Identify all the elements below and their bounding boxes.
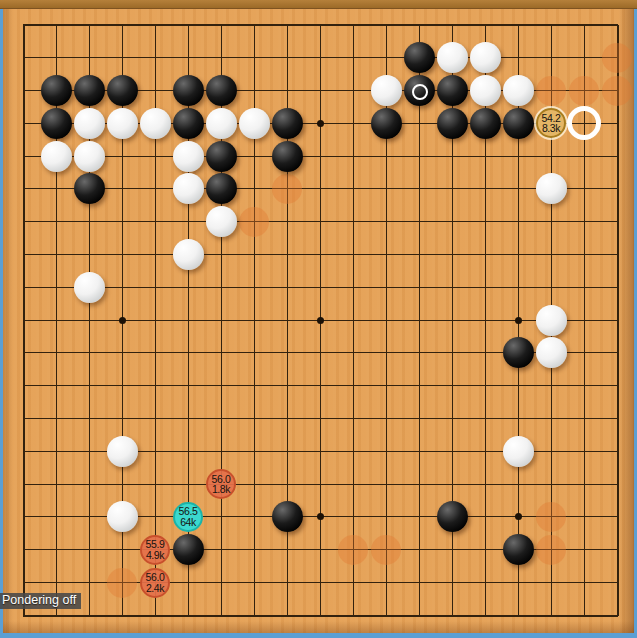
board-intersection[interactable] [106,402,139,435]
board-intersection[interactable] [271,402,304,435]
board-intersection[interactable] [469,304,502,337]
board-intersection[interactable]: 56.01.8k [205,468,238,501]
board-intersection[interactable] [172,337,205,370]
board-intersection[interactable] [502,107,535,140]
board-intersection[interactable] [271,501,304,534]
board-intersection[interactable] [337,533,370,566]
board-intersection[interactable] [304,369,337,402]
board-intersection[interactable] [271,337,304,370]
board-intersection[interactable] [40,74,73,107]
board-intersection[interactable] [172,566,205,599]
board-intersection[interactable] [370,533,403,566]
board-intersection[interactable] [370,205,403,238]
board-intersection[interactable] [535,533,568,566]
board-intersection[interactable] [403,304,436,337]
board-intersection[interactable] [205,533,238,566]
board-intersection[interactable] [205,173,238,206]
board-intersection[interactable] [139,599,172,632]
board-intersection[interactable] [469,566,502,599]
board-intersection[interactable] [337,9,370,42]
board-intersection[interactable] [469,238,502,271]
board-intersection[interactable] [403,468,436,501]
board-intersection[interactable] [403,599,436,632]
board-intersection[interactable] [139,205,172,238]
board-intersection[interactable] [436,533,469,566]
board-intersection[interactable] [304,205,337,238]
board-intersection[interactable] [502,238,535,271]
board-intersection[interactable] [601,369,634,402]
board-intersection[interactable] [337,173,370,206]
board-intersection[interactable] [337,566,370,599]
board-intersection[interactable] [568,107,601,140]
board-intersection[interactable] [238,501,271,534]
board-intersection[interactable] [337,107,370,140]
board-intersection[interactable] [502,41,535,74]
board-intersection[interactable] [172,140,205,173]
board-intersection[interactable] [403,205,436,238]
board-intersection[interactable] [7,337,40,370]
board-intersection[interactable] [106,107,139,140]
board-intersection[interactable] [601,599,634,632]
board-intersection[interactable] [601,9,634,42]
board-intersection[interactable] [271,468,304,501]
board-intersection[interactable] [172,173,205,206]
board-intersection[interactable] [106,9,139,42]
board-intersection[interactable] [535,501,568,534]
board-intersection[interactable] [337,304,370,337]
board-intersection[interactable] [106,140,139,173]
board-intersection[interactable] [502,369,535,402]
board-intersection[interactable] [502,468,535,501]
board-intersection[interactable] [436,566,469,599]
board-intersection[interactable] [535,271,568,304]
board-intersection[interactable] [73,402,106,435]
board-intersection[interactable] [436,304,469,337]
board-intersection[interactable] [40,304,73,337]
board-intersection[interactable] [370,402,403,435]
board-intersection[interactable] [535,304,568,337]
board-intersection[interactable] [106,533,139,566]
board-intersection[interactable] [436,271,469,304]
board-intersection[interactable] [139,74,172,107]
board-intersection[interactable] [172,9,205,42]
board-intersection[interactable] [304,41,337,74]
board-intersection[interactable] [73,337,106,370]
board-intersection[interactable] [601,140,634,173]
board-intersection[interactable] [535,369,568,402]
board-intersection[interactable] [205,304,238,337]
board-intersection[interactable] [403,41,436,74]
board-intersection[interactable] [139,41,172,74]
board-intersection[interactable] [238,9,271,42]
board-intersection[interactable] [502,435,535,468]
board-intersection[interactable]: 56.02.4k [139,566,172,599]
board-intersection[interactable] [601,304,634,337]
board-intersection[interactable] [436,107,469,140]
board-intersection[interactable] [73,238,106,271]
board-intersection[interactable] [568,566,601,599]
board-intersection[interactable] [73,205,106,238]
board-intersection[interactable] [238,140,271,173]
board-intersection[interactable] [238,173,271,206]
board-intersection[interactable] [601,337,634,370]
board-intersection[interactable] [370,501,403,534]
board-intersection[interactable] [172,402,205,435]
board-intersection[interactable] [568,599,601,632]
board-intersection[interactable] [337,402,370,435]
board-intersection[interactable] [403,238,436,271]
board-intersection[interactable] [40,107,73,140]
board-intersection[interactable] [535,9,568,42]
board-intersection[interactable] [403,9,436,42]
board-intersection[interactable] [403,107,436,140]
board-intersection[interactable] [73,41,106,74]
board-intersection[interactable] [238,74,271,107]
board-intersection[interactable] [337,369,370,402]
board-intersection[interactable] [535,599,568,632]
board-intersection[interactable] [370,468,403,501]
hover-move-ring[interactable] [567,106,601,140]
board-intersection[interactable] [106,566,139,599]
board-intersection[interactable] [271,599,304,632]
board-intersection[interactable] [271,9,304,42]
board-intersection[interactable] [469,107,502,140]
board-intersection[interactable] [436,140,469,173]
board-intersection[interactable] [568,369,601,402]
board-intersection[interactable] [568,41,601,74]
board-intersection[interactable] [601,173,634,206]
board-intersection[interactable] [172,271,205,304]
board-intersection[interactable] [304,566,337,599]
board-intersection[interactable] [469,74,502,107]
board-intersection[interactable] [238,238,271,271]
board-intersection[interactable] [469,205,502,238]
board-intersection[interactable] [271,140,304,173]
board-intersection[interactable] [469,337,502,370]
board-intersection[interactable] [106,369,139,402]
board-intersection[interactable] [271,173,304,206]
board-intersection[interactable]: 54.28.3k [535,107,568,140]
board-intersection[interactable] [205,435,238,468]
board-intersection[interactable] [469,173,502,206]
board-intersection[interactable] [601,41,634,74]
board-intersection[interactable] [370,74,403,107]
board-intersection[interactable] [436,41,469,74]
board-intersection[interactable] [535,41,568,74]
board-intersection[interactable] [502,140,535,173]
board-intersection[interactable] [40,9,73,42]
board-intersection[interactable] [403,369,436,402]
board-intersection[interactable] [139,337,172,370]
board-intersection[interactable] [337,238,370,271]
board-intersection[interactable] [370,369,403,402]
board-intersection[interactable] [502,337,535,370]
board-intersection[interactable] [304,271,337,304]
board-intersection[interactable] [73,140,106,173]
board-intersection[interactable] [370,337,403,370]
board-intersection[interactable] [205,9,238,42]
board-intersection[interactable] [304,337,337,370]
board-intersection[interactable] [40,173,73,206]
board-intersection[interactable] [436,402,469,435]
board-intersection[interactable] [469,533,502,566]
board-intersection[interactable] [40,468,73,501]
board-intersection[interactable] [271,74,304,107]
board-intersection[interactable] [271,271,304,304]
board-intersection[interactable] [73,501,106,534]
board-intersection[interactable] [172,435,205,468]
board-intersection[interactable] [205,566,238,599]
board-intersection[interactable] [403,337,436,370]
board-intersection[interactable] [304,435,337,468]
board-intersection[interactable] [40,501,73,534]
board-intersection[interactable] [172,41,205,74]
board-intersection[interactable] [502,9,535,42]
board-intersection[interactable] [535,337,568,370]
board-intersection[interactable] [172,74,205,107]
board-intersection[interactable] [139,369,172,402]
board-intersection[interactable] [469,468,502,501]
board-intersection[interactable] [172,238,205,271]
board-intersection[interactable] [568,304,601,337]
board-intersection[interactable] [601,107,634,140]
board-intersection[interactable] [205,337,238,370]
board-intersection[interactable] [568,205,601,238]
board-intersection[interactable] [106,337,139,370]
board-intersection[interactable] [205,74,238,107]
board-intersection[interactable] [238,107,271,140]
board-intersection[interactable] [172,205,205,238]
board-intersection[interactable] [139,107,172,140]
board-intersection[interactable] [502,74,535,107]
board-intersection[interactable] [73,107,106,140]
board-intersection[interactable] [7,173,40,206]
board-intersection[interactable] [205,140,238,173]
board-intersection[interactable] [7,402,40,435]
board-intersection[interactable] [106,205,139,238]
ai-suggestion-F4[interactable]: 56.564k [173,502,203,532]
board-intersection[interactable] [568,74,601,107]
board-intersection[interactable] [469,435,502,468]
board-intersection[interactable] [40,533,73,566]
board-intersection[interactable] [7,9,40,42]
board-intersection[interactable] [139,435,172,468]
board-intersection[interactable] [436,435,469,468]
board-intersection[interactable] [172,304,205,337]
board-intersection[interactable] [601,435,634,468]
board-intersection[interactable] [304,74,337,107]
board-intersection[interactable] [469,599,502,632]
board-intersection[interactable] [436,599,469,632]
board-intersection[interactable] [601,566,634,599]
board-intersection[interactable] [271,205,304,238]
board-intersection[interactable] [601,501,634,534]
board-intersection[interactable] [7,205,40,238]
board-intersection[interactable] [40,140,73,173]
board-intersection[interactable] [304,304,337,337]
ai-suggestion-E2[interactable]: 56.02.4k [140,568,170,598]
board-intersection[interactable] [436,337,469,370]
board-intersection[interactable] [304,9,337,42]
board-intersection[interactable] [568,468,601,501]
board-intersection[interactable] [601,402,634,435]
board-intersection[interactable] [568,238,601,271]
board-intersection[interactable] [370,173,403,206]
board-intersection[interactable] [271,41,304,74]
board-intersection[interactable] [370,140,403,173]
board-intersection[interactable] [106,304,139,337]
board-intersection[interactable] [73,435,106,468]
board-intersection[interactable] [568,271,601,304]
board-intersection[interactable] [106,435,139,468]
board-intersection[interactable] [601,74,634,107]
board-intersection[interactable] [601,205,634,238]
board-intersection[interactable] [106,238,139,271]
board-intersection[interactable] [304,468,337,501]
board-intersection[interactable] [469,140,502,173]
board-intersection[interactable] [403,140,436,173]
board-intersection[interactable] [304,533,337,566]
board-intersection[interactable] [502,599,535,632]
board-intersection[interactable] [601,238,634,271]
board-intersection[interactable] [502,501,535,534]
board-intersection[interactable] [205,107,238,140]
board-intersection[interactable] [238,599,271,632]
board-intersection[interactable] [271,435,304,468]
board-intersection[interactable] [73,74,106,107]
board-intersection[interactable] [139,9,172,42]
ai-suggestion-R16[interactable]: 54.28.3k [536,108,566,138]
board-intersection[interactable] [139,304,172,337]
board-intersection[interactable] [139,468,172,501]
board-intersection[interactable] [40,238,73,271]
board-intersection[interactable] [601,271,634,304]
board-intersection[interactable] [7,41,40,74]
board-intersection[interactable] [535,205,568,238]
ai-suggestion-E3[interactable]: 55.94.9k [140,535,170,565]
board-intersection[interactable] [403,566,436,599]
board-intersection[interactable] [370,238,403,271]
board-intersection[interactable] [172,533,205,566]
board-intersection[interactable] [139,238,172,271]
board-intersection[interactable] [601,468,634,501]
board-intersection[interactable] [238,402,271,435]
board-intersection[interactable] [337,337,370,370]
board-intersection[interactable] [7,533,40,566]
board-intersection[interactable] [502,205,535,238]
board-intersection[interactable] [535,402,568,435]
board-intersection[interactable] [535,468,568,501]
board-intersection[interactable] [502,533,535,566]
board-intersection[interactable] [271,566,304,599]
ai-suggestion-G5[interactable]: 56.01.8k [206,469,236,499]
board-intersection[interactable] [337,599,370,632]
board-intersection[interactable] [370,599,403,632]
board-intersection[interactable] [601,533,634,566]
board-intersection[interactable] [403,533,436,566]
board-intersection[interactable] [370,9,403,42]
board-intersection[interactable] [172,599,205,632]
board-intersection[interactable]: 55.94.9k [139,533,172,566]
board-intersection[interactable] [238,468,271,501]
board-intersection[interactable] [436,468,469,501]
board-intersection[interactable] [304,402,337,435]
board-intersection[interactable] [40,205,73,238]
board-intersection[interactable] [73,304,106,337]
board-intersection[interactable] [370,41,403,74]
board-intersection[interactable] [403,402,436,435]
board-intersection[interactable] [73,9,106,42]
board-intersection[interactable] [205,271,238,304]
board-intersection[interactable] [238,566,271,599]
board-intersection[interactable] [238,41,271,74]
board-intersection[interactable] [238,533,271,566]
board-intersection[interactable] [535,435,568,468]
board-intersection[interactable] [337,74,370,107]
board-intersection[interactable] [106,173,139,206]
board-intersection[interactable] [502,304,535,337]
board-intersection[interactable] [205,238,238,271]
board-intersection[interactable] [304,501,337,534]
board-intersection[interactable] [304,140,337,173]
board-intersection[interactable] [337,271,370,304]
board-intersection[interactable] [271,369,304,402]
board-intersection[interactable] [73,468,106,501]
board-intersection[interactable] [40,271,73,304]
board-intersection[interactable] [535,140,568,173]
board-intersection[interactable] [370,566,403,599]
board-intersection[interactable] [337,468,370,501]
board-intersection[interactable] [304,599,337,632]
board-intersection[interactable] [469,501,502,534]
board-intersection[interactable] [205,599,238,632]
board-intersection[interactable] [238,205,271,238]
board-intersection[interactable] [139,271,172,304]
board-intersection[interactable] [337,205,370,238]
board-intersection[interactable] [40,337,73,370]
board-intersection[interactable] [205,402,238,435]
board-intersection[interactable] [139,501,172,534]
board-intersection[interactable] [7,304,40,337]
board-intersection[interactable] [73,271,106,304]
board-intersection[interactable] [7,369,40,402]
board-intersection[interactable] [238,337,271,370]
board-intersection[interactable] [238,304,271,337]
board-intersection[interactable] [73,533,106,566]
board-intersection[interactable] [436,9,469,42]
board-intersection[interactable] [271,238,304,271]
board-intersection[interactable] [106,468,139,501]
board-intersection[interactable] [106,74,139,107]
board-intersection[interactable] [436,173,469,206]
board-intersection[interactable] [568,402,601,435]
board-intersection[interactable] [535,238,568,271]
board-intersection[interactable] [469,271,502,304]
board-intersection[interactable] [403,173,436,206]
board-intersection[interactable] [40,41,73,74]
board-intersection[interactable] [238,435,271,468]
board-intersection[interactable] [502,271,535,304]
board-intersection[interactable] [469,369,502,402]
board-intersection[interactable] [502,566,535,599]
board-intersection[interactable] [403,74,436,107]
board-intersection[interactable] [370,304,403,337]
board-intersection[interactable] [535,173,568,206]
board-intersection[interactable] [568,140,601,173]
board-intersection[interactable] [370,107,403,140]
board-intersection[interactable] [436,501,469,534]
board-intersection[interactable] [106,271,139,304]
